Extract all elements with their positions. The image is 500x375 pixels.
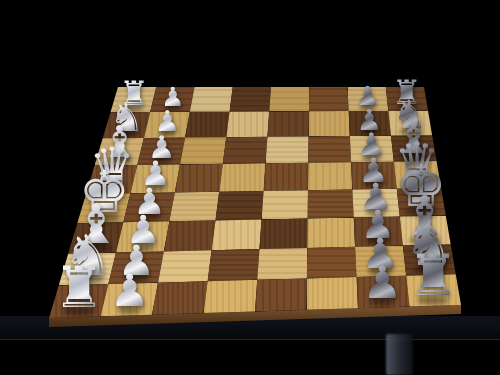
board-square [175,164,223,193]
board-square [269,87,309,111]
board-square [259,218,307,249]
board-square [309,111,350,136]
board-square [307,277,359,310]
chess-photo-scene: ♜♟♟♜♞♟♟♞♝♟♟♝♛♟♟♛♚♟♟♚♝♟♟♝♞♟♟♞♜♟♟♜ [0,0,500,375]
board-square [262,190,308,219]
board-square [307,247,357,279]
board-square [255,278,307,311]
board-square [212,219,262,250]
board-square [267,111,309,137]
board-square [257,248,307,280]
board-square [226,111,269,137]
board-square [180,137,226,164]
silver-rook: ♜ [51,259,108,316]
board-square [264,163,309,191]
board-square [190,87,233,112]
board-square [208,249,260,281]
table-leg [386,334,413,375]
board-square [152,281,208,315]
board-square [308,136,351,163]
pewter-pawn: ♟ [360,261,405,306]
board-square [307,218,355,248]
board-square [309,87,349,111]
board-square [308,189,354,218]
board-square [230,87,271,112]
board-square [185,112,229,138]
board-square [219,163,265,191]
board-square [266,136,309,163]
board-square [164,220,216,251]
board-square [308,162,352,190]
pewter-rook: ♜ [405,247,462,304]
board-square [223,137,268,164]
board-square [204,280,258,313]
silver-pawn: ♟ [107,269,152,314]
board-square [169,192,219,222]
board-square [215,191,263,220]
board-square [158,250,212,282]
